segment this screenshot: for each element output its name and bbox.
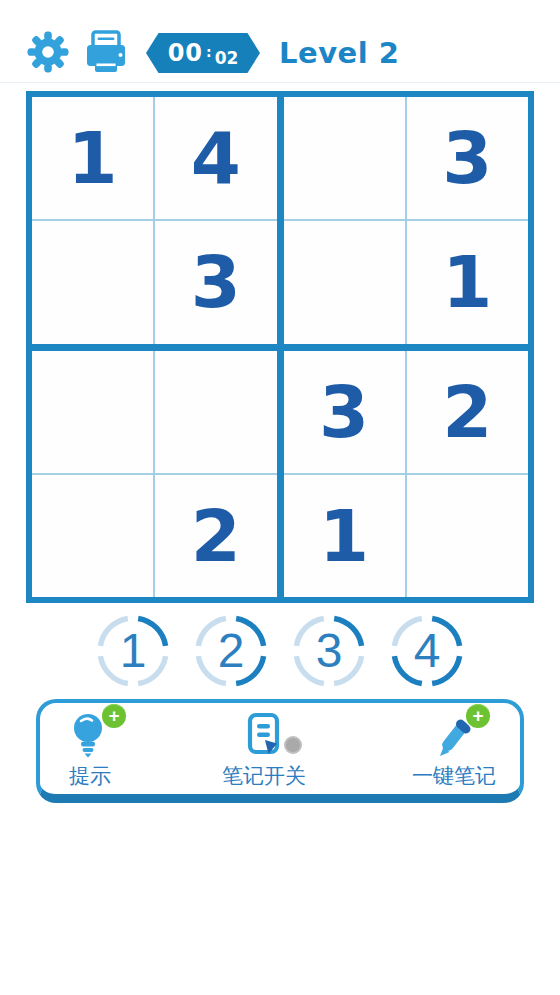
cell-r2c4[interactable]: 1: [407, 221, 528, 343]
board-box-0: 143: [32, 97, 277, 344]
sudoku-board: 143312321: [26, 91, 534, 603]
cell-r1c4[interactable]: 3: [407, 97, 528, 219]
notes-toggle-label: 笔记开关: [222, 762, 306, 790]
cell-r2c2[interactable]: 3: [155, 221, 276, 343]
hint-plus-badge: +: [102, 704, 126, 728]
number-button-3[interactable]: 3: [289, 611, 369, 691]
notes-toggle-button[interactable]: 笔记开关: [222, 708, 306, 790]
timer-seconds: 02: [215, 48, 239, 68]
gear-icon: [26, 30, 70, 77]
board-grid: 143312321: [32, 97, 528, 597]
number-button-4[interactable]: 4: [387, 611, 467, 691]
cell-r4c1[interactable]: [32, 475, 153, 597]
board-box-2: 2: [32, 351, 277, 598]
cell-r1c3[interactable]: [284, 97, 405, 219]
settings-button[interactable]: [26, 30, 70, 77]
cell-r2c1[interactable]: [32, 221, 153, 343]
sudoku-app: 00 : 02 Level 2 143312321 1234 + 提示: [0, 0, 560, 995]
header: 00 : 02 Level 2: [0, 0, 560, 80]
cell-r3c4[interactable]: 2: [407, 351, 528, 473]
board-box-3: 321: [284, 351, 529, 598]
header-divider: [0, 82, 560, 83]
number-button-1[interactable]: 1: [93, 611, 173, 691]
timer-minutes: 00: [168, 39, 203, 67]
one-key-notes-button[interactable]: + 一键笔记: [412, 708, 496, 790]
hint-button[interactable]: + 提示: [64, 708, 116, 790]
cell-r2c3[interactable]: [284, 221, 405, 343]
number-button-digit: 3: [316, 627, 343, 675]
number-button-digit: 2: [218, 627, 245, 675]
timer-badge: 00 : 02: [146, 33, 260, 73]
cell-r3c1[interactable]: [32, 351, 153, 473]
lightbulb-icon: +: [64, 708, 116, 760]
number-button-digit: 1: [120, 627, 147, 675]
cell-r4c3[interactable]: 1: [284, 475, 405, 597]
print-button[interactable]: [83, 30, 129, 77]
toolbar: + 提示 笔记开关: [36, 699, 524, 803]
notes-toggle-off-indicator: [284, 736, 302, 754]
number-button-2[interactable]: 2: [191, 611, 271, 691]
cell-r4c2[interactable]: 2: [155, 475, 276, 597]
printer-icon: [83, 30, 129, 77]
cell-r3c2[interactable]: [155, 351, 276, 473]
board-box-1: 31: [284, 97, 529, 344]
number-selectors: 1234: [0, 611, 560, 691]
pencil-icon: +: [428, 708, 480, 760]
cell-r1c2[interactable]: 4: [155, 97, 276, 219]
one-key-notes-plus-badge: +: [466, 704, 490, 728]
one-key-notes-label: 一键笔记: [412, 762, 496, 790]
number-button-digit: 4: [414, 627, 441, 675]
cell-r4c4[interactable]: [407, 475, 528, 597]
cell-r3c3[interactable]: 3: [284, 351, 405, 473]
timer-separator: :: [206, 44, 212, 60]
hint-label: 提示: [69, 762, 111, 790]
level-label: Level 2: [279, 36, 399, 70]
notes-icon: [238, 708, 290, 760]
cell-r1c1[interactable]: 1: [32, 97, 153, 219]
